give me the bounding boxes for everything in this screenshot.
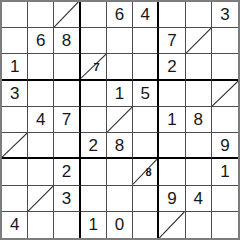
cell-r9c4: 1: [81, 212, 107, 238]
cell-r2c7: 7: [159, 28, 185, 54]
cell-r2c5[interactable]: [107, 28, 133, 54]
cell-r7c1[interactable]: [2, 159, 28, 185]
cell-r2c4[interactable]: [81, 28, 107, 54]
given-digit: 3: [220, 6, 229, 23]
cell-r5c1[interactable]: [2, 107, 28, 133]
given-digit: 5: [140, 85, 149, 102]
given-digit: 3: [10, 85, 19, 102]
cell-r2c9[interactable]: [212, 28, 238, 54]
given-digit: 2: [62, 163, 71, 180]
cell-r4c6: 5: [133, 81, 159, 107]
cell-r7c9: 1: [212, 159, 238, 185]
cell-r8c3: 3: [54, 186, 80, 212]
cell-r3c9[interactable]: [212, 54, 238, 80]
cell-r3c3[interactable]: [54, 54, 80, 80]
cell-r2c2: 6: [28, 28, 54, 54]
given-digit: 8: [115, 137, 124, 154]
cell-r5c3: 7: [54, 107, 80, 133]
given-digit: 7: [62, 111, 71, 128]
cell-r1c8[interactable]: [186, 2, 212, 28]
cell-r9c7[interactable]: [159, 212, 185, 238]
cell-r3c7: 2: [159, 54, 185, 80]
cell-r1c7[interactable]: [159, 2, 185, 28]
given-digit: 1: [10, 58, 19, 75]
given-digit: 0: [115, 216, 124, 233]
cell-r6c1[interactable]: [2, 133, 28, 159]
cell-r5c2: 4: [28, 107, 54, 133]
cell-r2c3: 8: [54, 28, 80, 54]
cell-r8c7: 9: [159, 186, 185, 212]
cell-r6c6[interactable]: [133, 133, 159, 159]
given-digit: 8: [193, 111, 202, 128]
cell-r4c1: 3: [2, 81, 28, 107]
cell-r3c5[interactable]: [107, 54, 133, 80]
given-digit: 6: [115, 6, 124, 23]
cell-r2c1[interactable]: [2, 28, 28, 54]
cell-r5c5[interactable]: [107, 107, 133, 133]
cell-r3c4[interactable]: 7: [81, 54, 107, 80]
cell-r1c2[interactable]: [28, 2, 54, 28]
cell-r9c2[interactable]: [28, 212, 54, 238]
cell-r8c9[interactable]: [212, 186, 238, 212]
cell-r4c9[interactable]: [212, 81, 238, 107]
cell-r9c6[interactable]: [133, 212, 159, 238]
given-digit: 4: [10, 216, 19, 233]
split-cell-slash-icon: [212, 81, 238, 106]
cell-r9c3[interactable]: [54, 212, 80, 238]
split-cell-slash-icon: [107, 107, 132, 132]
cell-r3c1: 1: [2, 54, 28, 80]
cell-r8c4[interactable]: [81, 186, 107, 212]
given-digit: 9: [167, 190, 176, 207]
cell-r6c2[interactable]: [28, 133, 54, 159]
cell-r6c4: 2: [81, 133, 107, 159]
cell-r9c8[interactable]: [186, 212, 212, 238]
cell-r5c7: 1: [159, 107, 185, 133]
cell-r7c7[interactable]: [159, 159, 185, 185]
cell-r6c7[interactable]: [159, 133, 185, 159]
given-digit: 4: [36, 111, 45, 128]
cell-r7c2[interactable]: [28, 159, 54, 185]
split-cell-slash-icon: [186, 28, 211, 53]
cell-r7c6[interactable]: 8: [133, 159, 159, 185]
split-cell-slash-icon: [54, 2, 78, 27]
split-cell-given-digit: 7: [94, 62, 100, 73]
given-digit: 3: [62, 190, 71, 207]
cell-r9c5: 0: [107, 212, 133, 238]
cell-r1c9: 3: [212, 2, 238, 28]
split-cell-slash-icon: [28, 186, 53, 211]
given-digit: 4: [140, 6, 149, 23]
cell-r4c5: 1: [107, 81, 133, 107]
cell-r4c4[interactable]: [81, 81, 107, 107]
cell-r6c3[interactable]: [54, 133, 80, 159]
cell-r5c4[interactable]: [81, 107, 107, 133]
cell-r4c3[interactable]: [54, 81, 80, 107]
cell-r4c2[interactable]: [28, 81, 54, 107]
cell-r5c9[interactable]: [212, 107, 238, 133]
cell-r5c6[interactable]: [133, 107, 159, 133]
cell-r7c4[interactable]: [81, 159, 107, 185]
split-cell-slash-icon: [159, 212, 184, 238]
given-digit: 8: [62, 32, 71, 49]
cell-r8c5[interactable]: [107, 186, 133, 212]
given-digit: 1: [89, 216, 98, 233]
cell-r8c8: 4: [186, 186, 212, 212]
cell-r9c9[interactable]: [212, 212, 238, 238]
cell-r6c5: 8: [107, 133, 133, 159]
given-digit: 9: [220, 137, 229, 154]
cell-r2c8[interactable]: [186, 28, 212, 54]
given-digit: 1: [115, 85, 124, 102]
cell-r6c9: 9: [212, 133, 238, 159]
given-digit: 4: [193, 190, 202, 207]
cell-r7c5[interactable]: [107, 159, 133, 185]
cell-r3c8[interactable]: [186, 54, 212, 80]
cell-r3c2[interactable]: [28, 54, 54, 80]
cell-r1c5: 6: [107, 2, 133, 28]
split-cell-slash-icon: [2, 133, 27, 157]
cell-r8c2[interactable]: [28, 186, 54, 212]
puzzle-board: 6436871723154718289281394410: [0, 0, 240, 240]
given-digit: 2: [89, 137, 98, 154]
cell-r3c6[interactable]: [133, 54, 159, 80]
given-digit: 1: [167, 111, 176, 128]
given-digit: 7: [167, 32, 176, 49]
split-cell-given-digit: 8: [145, 167, 151, 178]
cell-r1c3[interactable]: [54, 2, 80, 28]
cell-r8c1[interactable]: [2, 186, 28, 212]
cell-r9c1: 4: [2, 212, 28, 238]
cell-r7c8[interactable]: [186, 159, 212, 185]
cell-r4c7[interactable]: [159, 81, 185, 107]
cell-r5c8: 8: [186, 107, 212, 133]
given-digit: 2: [167, 58, 176, 75]
cell-r1c1[interactable]: [2, 2, 28, 28]
cell-r1c4[interactable]: [81, 2, 107, 28]
given-digit: 1: [220, 163, 229, 180]
cell-r7c3: 2: [54, 159, 80, 185]
cell-r1c6: 4: [133, 2, 159, 28]
cell-r2c6[interactable]: [133, 28, 159, 54]
cell-r8c6[interactable]: [133, 186, 159, 212]
cell-r4c8[interactable]: [186, 81, 212, 107]
cell-r6c8[interactable]: [186, 133, 212, 159]
given-digit: 6: [36, 32, 45, 49]
